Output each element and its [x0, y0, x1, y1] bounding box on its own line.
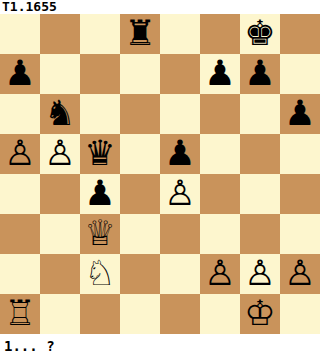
- square-c6[interactable]: [80, 94, 120, 134]
- square-g7[interactable]: ♟: [240, 54, 280, 94]
- square-f8[interactable]: [200, 14, 240, 54]
- square-a2[interactable]: [0, 254, 40, 294]
- square-d4[interactable]: [120, 174, 160, 214]
- square-h8[interactable]: [280, 14, 320, 54]
- square-b6[interactable]: ♞: [40, 94, 80, 134]
- square-b8[interactable]: [40, 14, 80, 54]
- square-e2[interactable]: [160, 254, 200, 294]
- square-c8[interactable]: [80, 14, 120, 54]
- square-d3[interactable]: [120, 214, 160, 254]
- white-pawn-b5: ♙: [44, 134, 75, 173]
- white-king-g1: ♔: [244, 294, 275, 333]
- square-b1[interactable]: [40, 294, 80, 334]
- square-c7[interactable]: [80, 54, 120, 94]
- square-c2[interactable]: ♘: [80, 254, 120, 294]
- white-pawn-g2: ♙: [244, 254, 275, 293]
- square-d2[interactable]: [120, 254, 160, 294]
- black-pawn-f7: ♟: [204, 54, 235, 93]
- square-f2[interactable]: ♙: [200, 254, 240, 294]
- move-prompt: 1... ?: [0, 334, 320, 360]
- white-pawn-a5: ♙: [4, 134, 35, 173]
- square-g6[interactable]: [240, 94, 280, 134]
- square-c5[interactable]: ♛: [80, 134, 120, 174]
- square-d6[interactable]: [120, 94, 160, 134]
- black-pawn-h6: ♟: [284, 94, 315, 133]
- square-h1[interactable]: [280, 294, 320, 334]
- white-pawn-e4: ♙: [164, 174, 195, 213]
- white-knight-c2: ♘: [84, 254, 115, 293]
- square-g5[interactable]: [240, 134, 280, 174]
- square-f4[interactable]: [200, 174, 240, 214]
- puzzle-id: T1.1655: [0, 0, 320, 14]
- square-c3[interactable]: ♕: [80, 214, 120, 254]
- black-pawn-a7: ♟: [4, 54, 35, 93]
- square-f3[interactable]: [200, 214, 240, 254]
- chess-puzzle-app: T1.1655 ♜♚♟♟♟♞♟♙♙♛♟♟♙♕♘♙♙♙♖♔ 1... ?: [0, 0, 320, 360]
- black-knight-b6: ♞: [44, 94, 75, 133]
- square-c1[interactable]: [80, 294, 120, 334]
- square-e3[interactable]: [160, 214, 200, 254]
- black-pawn-c4: ♟: [84, 174, 115, 213]
- square-b5[interactable]: ♙: [40, 134, 80, 174]
- square-h3[interactable]: [280, 214, 320, 254]
- square-g3[interactable]: [240, 214, 280, 254]
- square-f7[interactable]: ♟: [200, 54, 240, 94]
- square-a4[interactable]: [0, 174, 40, 214]
- square-b7[interactable]: [40, 54, 80, 94]
- square-h6[interactable]: ♟: [280, 94, 320, 134]
- square-f6[interactable]: [200, 94, 240, 134]
- black-pawn-g7: ♟: [244, 54, 275, 93]
- black-rook-d8: ♜: [124, 14, 155, 53]
- square-a7[interactable]: ♟: [0, 54, 40, 94]
- square-h4[interactable]: [280, 174, 320, 214]
- square-b3[interactable]: [40, 214, 80, 254]
- square-g2[interactable]: ♙: [240, 254, 280, 294]
- white-pawn-f2: ♙: [204, 254, 235, 293]
- square-e6[interactable]: [160, 94, 200, 134]
- square-d8[interactable]: ♜: [120, 14, 160, 54]
- square-g4[interactable]: [240, 174, 280, 214]
- square-e4[interactable]: ♙: [160, 174, 200, 214]
- square-d5[interactable]: [120, 134, 160, 174]
- square-f1[interactable]: [200, 294, 240, 334]
- square-b4[interactable]: [40, 174, 80, 214]
- square-a6[interactable]: [0, 94, 40, 134]
- square-g1[interactable]: ♔: [240, 294, 280, 334]
- square-h7[interactable]: [280, 54, 320, 94]
- square-e5[interactable]: ♟: [160, 134, 200, 174]
- square-c4[interactable]: ♟: [80, 174, 120, 214]
- square-e7[interactable]: [160, 54, 200, 94]
- square-g8[interactable]: ♚: [240, 14, 280, 54]
- square-a3[interactable]: [0, 214, 40, 254]
- white-pawn-h2: ♙: [284, 254, 315, 293]
- chess-board: ♜♚♟♟♟♞♟♙♙♛♟♟♙♕♘♙♙♙♖♔: [0, 14, 320, 334]
- square-h2[interactable]: ♙: [280, 254, 320, 294]
- square-f5[interactable]: [200, 134, 240, 174]
- square-a8[interactable]: [0, 14, 40, 54]
- white-queen-c3: ♕: [84, 214, 115, 253]
- square-d7[interactable]: [120, 54, 160, 94]
- black-pawn-e5: ♟: [164, 134, 195, 173]
- square-h5[interactable]: [280, 134, 320, 174]
- square-a1[interactable]: ♖: [0, 294, 40, 334]
- square-b2[interactable]: [40, 254, 80, 294]
- square-e8[interactable]: [160, 14, 200, 54]
- white-rook-a1: ♖: [4, 294, 35, 333]
- black-queen-c5: ♛: [84, 134, 115, 173]
- square-a5[interactable]: ♙: [0, 134, 40, 174]
- black-king-g8: ♚: [244, 14, 275, 53]
- square-e1[interactable]: [160, 294, 200, 334]
- square-d1[interactable]: [120, 294, 160, 334]
